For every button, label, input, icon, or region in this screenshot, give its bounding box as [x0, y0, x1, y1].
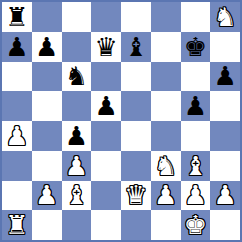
square-g4[interactable]	[181, 121, 211, 151]
square-g8[interactable]	[181, 2, 211, 32]
square-c6[interactable]: ♞	[62, 62, 92, 92]
square-f6[interactable]	[151, 62, 181, 92]
black-pawn-piece[interactable]: ♟	[5, 34, 28, 60]
square-d2[interactable]	[91, 181, 121, 211]
square-b6[interactable]	[32, 62, 62, 92]
square-g2[interactable]: ♟	[181, 181, 211, 211]
square-h5[interactable]	[210, 91, 240, 121]
black-queen-piece[interactable]: ♛	[94, 34, 117, 60]
square-a3[interactable]	[2, 151, 32, 181]
square-e8[interactable]	[121, 2, 151, 32]
white-knight-piece[interactable]: ♞	[154, 153, 177, 179]
square-c8[interactable]	[62, 2, 92, 32]
white-pawn-piece[interactable]: ♟	[5, 123, 28, 149]
square-h1[interactable]	[210, 210, 240, 240]
square-g7[interactable]: ♚	[181, 32, 211, 62]
square-f4[interactable]	[151, 121, 181, 151]
square-a1[interactable]: ♜	[2, 210, 32, 240]
square-b2[interactable]: ♟	[32, 181, 62, 211]
square-c1[interactable]	[62, 210, 92, 240]
square-e3[interactable]	[121, 151, 151, 181]
square-g5[interactable]: ♟	[181, 91, 211, 121]
square-b8[interactable]	[32, 2, 62, 32]
square-a8[interactable]: ♜	[2, 2, 32, 32]
square-b5[interactable]	[32, 91, 62, 121]
square-a5[interactable]	[2, 91, 32, 121]
black-rook-piece[interactable]: ♜	[5, 4, 28, 30]
square-g3[interactable]: ♝	[181, 151, 211, 181]
white-queen-piece[interactable]: ♛	[124, 182, 147, 208]
white-bishop-piece[interactable]: ♝	[184, 153, 207, 179]
square-a4[interactable]: ♟	[2, 121, 32, 151]
square-d3[interactable]	[91, 151, 121, 181]
square-h6[interactable]: ♟	[210, 62, 240, 92]
square-a7[interactable]: ♟	[2, 32, 32, 62]
black-knight-piece[interactable]: ♞	[65, 63, 88, 89]
square-c4[interactable]: ♟	[62, 121, 92, 151]
square-g6[interactable]	[181, 62, 211, 92]
black-pawn-piece[interactable]: ♟	[35, 34, 58, 60]
square-e1[interactable]	[121, 210, 151, 240]
white-bishop-piece[interactable]: ♝	[65, 182, 88, 208]
white-pawn-piece[interactable]: ♟	[35, 182, 58, 208]
white-rook-piece[interactable]: ♜	[5, 212, 28, 238]
black-bishop-piece[interactable]: ♝	[124, 34, 147, 60]
square-e2[interactable]: ♛	[121, 181, 151, 211]
square-d8[interactable]	[91, 2, 121, 32]
white-pawn-piece[interactable]: ♟	[213, 182, 236, 208]
white-knight-piece[interactable]: ♞	[213, 4, 236, 30]
square-b7[interactable]: ♟	[32, 32, 62, 62]
black-pawn-piece[interactable]: ♟	[94, 93, 117, 119]
square-h2[interactable]: ♟	[210, 181, 240, 211]
square-a2[interactable]	[2, 181, 32, 211]
square-c3[interactable]: ♟	[62, 151, 92, 181]
square-g1[interactable]: ♚	[181, 210, 211, 240]
black-king-piece[interactable]: ♚	[184, 34, 207, 60]
square-a6[interactable]	[2, 62, 32, 92]
square-h3[interactable]	[210, 151, 240, 181]
square-f5[interactable]	[151, 91, 181, 121]
square-f7[interactable]	[151, 32, 181, 62]
square-c7[interactable]	[62, 32, 92, 62]
square-b3[interactable]	[32, 151, 62, 181]
black-pawn-piece[interactable]: ♟	[65, 123, 88, 149]
square-b4[interactable]	[32, 121, 62, 151]
square-e5[interactable]	[121, 91, 151, 121]
square-h4[interactable]	[210, 121, 240, 151]
square-h8[interactable]: ♞	[210, 2, 240, 32]
square-f1[interactable]	[151, 210, 181, 240]
square-b1[interactable]	[32, 210, 62, 240]
square-e7[interactable]: ♝	[121, 32, 151, 62]
white-pawn-piece[interactable]: ♟	[154, 182, 177, 208]
square-d4[interactable]	[91, 121, 121, 151]
square-c2[interactable]: ♝	[62, 181, 92, 211]
square-d6[interactable]	[91, 62, 121, 92]
white-king-piece[interactable]: ♚	[184, 212, 207, 238]
white-pawn-piece[interactable]: ♟	[65, 153, 88, 179]
black-pawn-piece[interactable]: ♟	[213, 63, 236, 89]
square-d1[interactable]	[91, 210, 121, 240]
square-d5[interactable]: ♟	[91, 91, 121, 121]
white-pawn-piece[interactable]: ♟	[184, 182, 207, 208]
square-e4[interactable]	[121, 121, 151, 151]
square-f8[interactable]	[151, 2, 181, 32]
black-pawn-piece[interactable]: ♟	[184, 93, 207, 119]
square-c5[interactable]	[62, 91, 92, 121]
square-d7[interactable]: ♛	[91, 32, 121, 62]
chess-board: ♜♞♟♟♛♝♚♞♟♟♟♟♟♟♞♝♟♝♛♟♟♟♜♚	[0, 0, 242, 242]
square-e6[interactable]	[121, 62, 151, 92]
square-f3[interactable]: ♞	[151, 151, 181, 181]
square-h7[interactable]	[210, 32, 240, 62]
square-f2[interactable]: ♟	[151, 181, 181, 211]
